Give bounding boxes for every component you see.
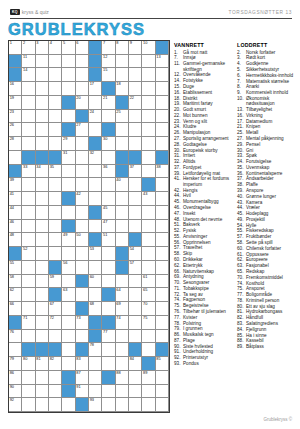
grid-cell[interactable] [76,165,89,179]
clue-text: Sesongvarer [183,280,234,285]
grid-cell[interactable] [22,137,35,151]
clue-item: 57.Travelhet [174,245,234,250]
grid-cell[interactable]: 21 [102,96,115,110]
cell-number: 74 [116,316,120,320]
grid-cell[interactable] [49,82,62,96]
grid-cell[interactable]: 15 [102,68,115,82]
grid-cell[interactable]: 70 [142,302,155,316]
grid-cell[interactable] [89,165,102,179]
clue-number: 45. [237,211,246,216]
grid-cell[interactable] [62,82,75,96]
grid-cell[interactable] [116,123,129,137]
grid-cell[interactable]: 59 [49,275,62,289]
grid-cell[interactable] [142,55,155,69]
grid-cell[interactable]: 18 [116,82,129,96]
grid-cell[interactable] [49,192,62,206]
grid-cell[interactable] [142,151,155,165]
clue-text: Kassebil [246,338,297,343]
grid-cell[interactable] [62,316,75,330]
grid-cell[interactable]: 11 [22,55,35,69]
grid-cell[interactable]: 83 [76,357,89,371]
grid-cell[interactable]: 61 [142,275,155,289]
grid-cell[interactable] [156,82,169,96]
grid-cell[interactable] [62,110,75,124]
grid-cell[interactable]: 26 [9,123,22,137]
grid-cell[interactable] [156,178,169,192]
grid-cell[interactable]: 9 [129,41,142,55]
grid-cell[interactable] [156,330,169,344]
grid-cell[interactable]: 31 [62,151,75,165]
grid-cell[interactable]: 24 [89,110,102,124]
grid-cell[interactable] [49,123,62,137]
grid-cell[interactable] [142,96,155,110]
clue-number: 62. [174,263,183,268]
grid-cell[interactable] [129,55,142,69]
grid-cell[interactable] [116,385,129,399]
grid-cell[interactable] [102,385,115,399]
grid-cell[interactable] [36,247,49,261]
grid-cell[interactable]: 85 [156,357,169,371]
grid-cell[interactable]: 68 [89,302,102,316]
grid-cell[interactable] [62,357,75,371]
clue-number: 75. [174,303,183,308]
grid-cell[interactable]: 47 [102,220,115,234]
cell-number: 32 [90,151,94,155]
clue-item: 70.Sesongvarer [174,280,234,285]
grid-cell[interactable] [22,220,35,234]
grid-cell[interactable]: 48 [9,233,22,247]
grid-cell[interactable]: 52 [22,247,35,261]
grid-cell[interactable]: 45 [102,206,115,220]
grid-cell[interactable]: 93 [89,398,102,412]
grid-cell[interactable] [22,82,35,96]
grid-cell[interactable] [89,96,102,110]
grid-cell[interactable]: 5 [62,41,75,55]
grid-cell[interactable]: 74 [116,316,129,330]
grid-cell[interactable]: 81 [36,357,49,371]
grid-cell[interactable] [22,302,35,316]
grid-cell[interactable]: 60 [89,275,102,289]
grid-cell[interactable] [129,68,142,82]
grid-cell[interactable]: 44 [9,206,22,220]
grid-cell[interactable] [142,330,155,344]
grid-cell[interactable] [22,206,35,220]
grid-cell[interactable]: 86 [9,371,22,385]
grid-cell[interactable] [89,123,102,137]
grid-cell[interactable]: 69 [116,302,129,316]
grid-cell[interactable] [62,330,75,344]
grid-cell[interactable] [62,206,75,220]
grid-cell[interactable] [36,192,49,206]
grid-cell[interactable] [22,385,35,399]
grid-cell[interactable]: 40 [116,178,129,192]
grid-cell[interactable]: 35 [49,165,62,179]
grid-cell[interactable] [36,110,49,124]
clue-item: 72.Ta seg av [174,292,234,297]
grid-cell[interactable]: 41 [9,192,22,206]
grid-cell[interactable] [129,385,142,399]
grid-cell[interactable]: 13 [156,55,169,69]
grid-cell[interactable] [22,261,35,275]
grid-cell[interactable] [129,110,142,124]
grid-cell[interactable] [156,220,169,234]
grid-cell[interactable]: 90 [9,385,22,399]
grid-cell[interactable] [49,398,62,412]
grid-cell[interactable]: 73 [76,316,89,330]
grid-cell[interactable] [22,123,35,137]
grid-cell[interactable]: 17 [89,82,102,96]
grid-cell[interactable]: 36 [102,165,115,179]
grid-cell[interactable] [62,68,75,82]
grid-cell[interactable] [102,343,115,357]
crossword-grid[interactable]: 1234567891011121314151617181920212223242… [8,40,170,413]
grid-cell[interactable] [156,247,169,261]
cell-number: 1 [10,41,12,45]
clue-item: 3.Rødt kort [237,55,297,60]
grid-cell[interactable] [36,398,49,412]
grid-cell[interactable] [76,206,89,220]
grid-cell[interactable] [36,233,49,247]
grid-cell[interactable] [116,220,129,234]
grid-cell[interactable]: 67 [49,302,62,316]
grid-cell[interactable] [36,330,49,344]
grid-cell[interactable]: 49 [62,233,75,247]
clue-item: 78.Polstring [174,321,234,326]
grid-cell[interactable]: 77 [102,330,115,344]
grid-cell[interactable] [102,275,115,289]
grid-cell[interactable]: 56 [62,261,75,275]
grid-cell[interactable] [36,275,49,289]
grid-cell[interactable] [142,385,155,399]
grid-cell[interactable]: 76 [9,330,22,344]
grid-cell[interactable] [156,110,169,124]
grid-cell[interactable]: 8 [116,41,129,55]
grid-cell[interactable]: 43 [142,192,155,206]
grid-cell[interactable] [116,357,129,371]
grid-cell[interactable] [129,398,142,412]
grid-cell[interactable] [62,398,75,412]
clue-number: 8. [237,84,246,89]
grid-cell[interactable] [102,261,115,275]
grid-cell[interactable] [36,316,49,330]
grid-cell[interactable] [22,110,35,124]
grid-cell[interactable] [76,220,89,234]
grid-cell[interactable]: 30 [102,137,115,151]
grid-cell[interactable] [22,275,35,289]
grid-cell[interactable] [156,302,169,316]
grid-cell[interactable]: 20 [76,96,89,110]
grid-cell[interactable] [76,82,89,96]
grid-cell[interactable]: 14 [22,68,35,82]
grid-cell[interactable] [49,206,62,220]
grid-cell[interactable] [49,371,62,385]
grid-cell[interactable] [62,247,75,261]
grid-cell[interactable]: 72 [49,316,62,330]
grid-cell[interactable]: 65 [142,288,155,302]
grid-cell[interactable] [49,330,62,344]
grid-cell[interactable] [89,288,102,302]
grid-cell[interactable] [116,233,129,247]
grid-cell[interactable] [36,82,49,96]
grid-cell[interactable] [22,371,35,385]
grid-cell[interactable]: 10 [142,41,155,55]
grid-cell[interactable] [129,288,142,302]
grid-cell[interactable]: 89 [142,371,155,385]
grid-cell[interactable] [49,247,62,261]
grid-cell[interactable]: 33 [22,165,35,179]
grid-cell[interactable] [102,398,115,412]
grid-cell[interactable]: 23 [9,110,22,124]
grid-cell[interactable] [9,343,22,357]
grid-cell[interactable]: 71 [22,316,35,330]
grid-cell[interactable] [49,110,62,124]
grid-cell[interactable]: 46 [9,220,22,234]
clue-text: Økonomisk nødssituasjon [246,96,297,107]
grid-cell[interactable] [102,178,115,192]
grid-cell[interactable]: 12 [102,55,115,69]
grid-cell[interactable]: 50 [76,233,89,247]
grid-cell[interactable] [142,82,155,96]
grid-cell[interactable]: 53 [89,247,102,261]
grid-cell[interactable] [36,302,49,316]
clue-item: 9.Kommersielt innhold [237,90,297,95]
grid-cell[interactable] [36,206,49,220]
grid-cell[interactable] [156,371,169,385]
grid-cell[interactable] [36,220,49,234]
grid-cell[interactable] [142,165,155,179]
grid-cell[interactable] [49,220,62,234]
grid-cell[interactable]: 42 [76,192,89,206]
grid-cell[interactable] [36,371,49,385]
grid-cell[interactable] [76,288,89,302]
grid-cell[interactable]: 16 [9,82,22,96]
clue-number: 16. [174,90,183,95]
grid-cell[interactable]: 27 [76,123,89,137]
grid-cell[interactable] [142,68,155,82]
grid-cell[interactable]: 82 [49,357,62,371]
grid-cell[interactable] [142,137,155,151]
grid-cell[interactable]: 7 [102,41,115,55]
grid-cell[interactable] [156,233,169,247]
grid-cell[interactable] [129,206,142,220]
grid-cell[interactable] [22,330,35,344]
grid-cell[interactable] [156,288,169,302]
grid-cell[interactable] [36,123,49,137]
grid-cell[interactable] [102,247,115,261]
grid-cell[interactable] [62,302,75,316]
grid-cell[interactable] [36,385,49,399]
grid-cell[interactable] [89,261,102,275]
grid-cell[interactable]: 1 [9,41,22,55]
grid-cell[interactable] [36,55,49,69]
grid-cell[interactable]: 32 [89,151,102,165]
grid-cell[interactable] [22,192,35,206]
grid-cell[interactable] [156,261,169,275]
grid-cell[interactable] [129,220,142,234]
grid-cell[interactable] [156,192,169,206]
grid-cell[interactable] [22,96,35,110]
grid-cell[interactable]: 87 [76,371,89,385]
grid-cell[interactable]: 75 [142,316,155,330]
grid-cell[interactable] [116,330,129,344]
grid-cell[interactable] [102,110,115,124]
grid-cell[interactable] [142,398,155,412]
grid-cell[interactable] [129,316,142,330]
cell-number: 68 [90,302,94,306]
grid-cell[interactable]: 19 [9,96,22,110]
grid-cell[interactable] [142,220,155,234]
grid-cell[interactable] [102,151,115,165]
grid-cell[interactable] [76,68,89,82]
grid-cell[interactable] [89,371,102,385]
grid-cell[interactable] [76,330,89,344]
grid-cell[interactable]: 78 [89,343,102,357]
grid-cell[interactable] [89,220,102,234]
grid-cell[interactable] [116,206,129,220]
grid-cell[interactable] [76,178,89,192]
blocked-cell [62,192,75,206]
grid-cell[interactable] [62,343,75,357]
grid-cell[interactable] [76,247,89,261]
grid-cell[interactable]: 29 [62,137,75,151]
clue-text: Kvister [183,315,234,320]
grid-cell[interactable]: 64 [116,288,129,302]
grid-cell[interactable] [76,151,89,165]
grid-cell[interactable] [76,55,89,69]
grid-cell[interactable] [36,96,49,110]
grid-cell[interactable] [49,233,62,247]
grid-cell[interactable] [156,137,169,151]
grid-cell[interactable] [9,151,22,165]
grid-cell[interactable]: 22 [129,96,142,110]
grid-cell[interactable] [76,137,89,151]
grid-cell[interactable] [62,275,75,289]
grid-cell[interactable] [22,233,35,247]
grid-cell[interactable]: 28 [9,137,22,151]
grid-cell[interactable] [49,137,62,151]
grid-cell[interactable] [102,357,115,371]
grid-cell[interactable] [89,385,102,399]
grid-cell[interactable] [129,192,142,206]
grid-cell[interactable] [116,275,129,289]
grid-cell[interactable] [142,110,155,124]
clue-item: 19.Maritimt fartøy [174,101,234,106]
grid-cell[interactable] [49,55,62,69]
grid-cell[interactable]: 79 [9,357,22,371]
grid-cell[interactable] [142,343,155,357]
grid-cell[interactable] [129,82,142,96]
grid-cell[interactable] [49,68,62,82]
grid-cell[interactable]: 37 [129,165,142,179]
grid-cell[interactable]: 92 [9,398,22,412]
grid-cell[interactable] [116,343,129,357]
grid-cell[interactable]: 6 [76,41,89,55]
grid-cell[interactable] [102,302,115,316]
grid-cell[interactable]: 80 [22,357,35,371]
grid-cell[interactable]: 66 [9,302,22,316]
grid-cell[interactable]: 63 [62,288,75,302]
grid-cell[interactable] [22,288,35,302]
grid-cell[interactable] [89,178,102,192]
grid-cell[interactable]: 2 [22,41,35,55]
grid-cell[interactable] [36,137,49,151]
grid-cell[interactable] [142,233,155,247]
grid-cell[interactable]: 57 [129,261,142,275]
grid-cell[interactable] [156,206,169,220]
grid-cell[interactable] [22,178,35,192]
grid-cell[interactable] [156,68,169,82]
clue-number: 27. [237,136,246,141]
grid-cell[interactable] [49,96,62,110]
grid-cell[interactable] [156,96,169,110]
grid-cell[interactable] [116,55,129,69]
grid-cell[interactable] [129,371,142,385]
grid-cell[interactable] [102,192,115,206]
grid-cell[interactable] [62,178,75,192]
grid-cell[interactable]: 54 [129,247,142,261]
grid-cell[interactable] [156,316,169,330]
grid-cell[interactable] [36,288,49,302]
grid-cell[interactable] [156,275,169,289]
grid-cell[interactable] [116,192,129,206]
grid-cell[interactable]: 3 [36,41,49,55]
grid-cell[interactable] [89,357,102,371]
grid-cell[interactable] [142,261,155,275]
grid-cell[interactable] [22,398,35,412]
grid-cell[interactable]: 39 [9,178,22,192]
grid-cell[interactable] [129,178,142,192]
grid-cell[interactable] [116,68,129,82]
grid-cell[interactable]: 84 [129,357,142,371]
clue-item: 78.Kriminell person [237,298,297,303]
grid-cell[interactable] [129,137,142,151]
grid-cell[interactable]: 4 [49,41,62,55]
grid-cell[interactable] [36,261,49,275]
grid-cell[interactable]: 55 [9,261,22,275]
grid-cell[interactable] [116,398,129,412]
grid-cell[interactable] [156,385,169,399]
grid-cell[interactable] [129,302,142,316]
grid-cell[interactable]: 38 [156,165,169,179]
grid-cell[interactable] [49,385,62,399]
grid-cell[interactable] [142,247,155,261]
grid-cell[interactable] [142,123,155,137]
grid-cell[interactable]: 25 [116,110,129,124]
grid-cell[interactable]: 91 [76,385,89,399]
grid-cell[interactable] [156,398,169,412]
grid-cell[interactable] [116,137,129,151]
grid-cell[interactable] [156,123,169,137]
clue-item: 25.Metall [237,130,297,135]
grid-cell[interactable] [76,261,89,275]
grid-cell[interactable]: 51 [102,233,115,247]
clue-text: Ha i sinne [246,333,297,338]
grid-cell[interactable]: 88 [116,371,129,385]
grid-cell[interactable]: 58 [9,275,22,289]
grid-cell[interactable] [89,192,102,206]
grid-cell[interactable]: 62 [9,288,22,302]
grid-cell[interactable] [36,68,49,82]
grid-cell[interactable] [49,178,62,192]
grid-cell[interactable] [129,123,142,137]
grid-cell[interactable] [129,275,142,289]
grid-cell[interactable] [62,165,75,179]
grid-cell[interactable] [142,206,155,220]
grid-cell[interactable] [36,178,49,192]
grid-cell[interactable] [129,330,142,344]
grid-cell[interactable] [62,55,75,69]
grid-cell[interactable]: 34 [36,165,49,179]
